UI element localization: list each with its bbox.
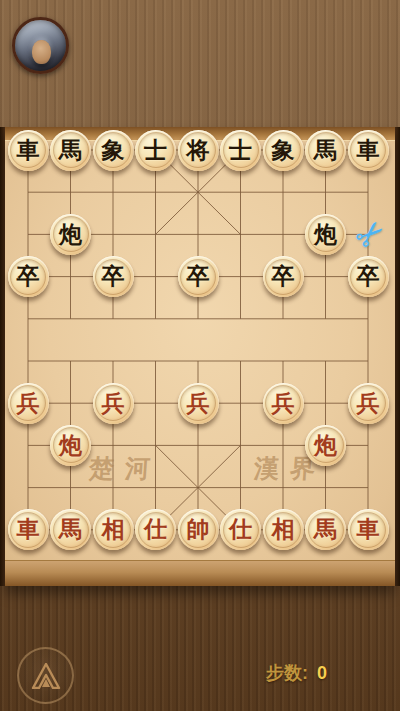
piece-character: 卒 (17, 264, 40, 287)
piece-character: 象 (272, 138, 295, 161)
piece-black-象[interactable]: 象 (93, 130, 134, 171)
piece-character: 仕 (229, 517, 252, 540)
piece-character: 馬 (314, 517, 337, 540)
piece-red-兵[interactable]: 兵 (8, 383, 49, 424)
xiangqi-board: 楚河 漢界 車馬象士将士象馬車炮炮卒卒卒卒卒兵兵兵兵兵炮炮車馬相仕帥仕相馬車 (5, 127, 395, 586)
piece-black-象[interactable]: 象 (263, 130, 304, 171)
piece-red-炮[interactable]: 炮 (50, 425, 91, 466)
piece-character: 車 (17, 138, 40, 161)
piece-black-卒[interactable]: 卒 (263, 256, 304, 297)
piece-character: 兵 (17, 391, 40, 414)
piece-red-車[interactable]: 車 (8, 509, 49, 550)
step-counter-value: 0 (317, 663, 327, 683)
piece-character: 卒 (357, 264, 380, 287)
player-avatar[interactable] (12, 17, 69, 74)
piece-black-馬[interactable]: 馬 (305, 130, 346, 171)
piece-black-士[interactable]: 士 (135, 130, 176, 171)
game-screen: 楚河 漢界 車馬象士将士象馬車炮炮卒卒卒卒卒兵兵兵兵兵炮炮車馬相仕帥仕相馬車 ✂… (0, 0, 400, 711)
piece-character: 士 (144, 138, 167, 161)
piece-character: 象 (102, 138, 125, 161)
piece-character: 馬 (59, 517, 82, 540)
piece-character: 炮 (59, 222, 82, 245)
piece-red-帥[interactable]: 帥 (178, 509, 219, 550)
piece-character: 卒 (102, 264, 125, 287)
piece-red-仕[interactable]: 仕 (135, 509, 176, 550)
piece-character: 帥 (187, 517, 210, 540)
piece-character: 車 (17, 517, 40, 540)
up-chevron-icon (31, 663, 61, 689)
piece-character: 炮 (314, 433, 337, 456)
piece-black-炮[interactable]: 炮 (50, 214, 91, 255)
piece-character: 相 (102, 517, 125, 540)
piece-black-士[interactable]: 士 (220, 130, 261, 171)
piece-black-将[interactable]: 将 (178, 130, 219, 171)
piece-character: 卒 (187, 264, 210, 287)
back-home-button[interactable] (17, 647, 74, 704)
piece-red-馬[interactable]: 馬 (50, 509, 91, 550)
piece-black-卒[interactable]: 卒 (178, 256, 219, 297)
piece-red-炮[interactable]: 炮 (305, 425, 346, 466)
piece-black-車[interactable]: 車 (348, 130, 389, 171)
piece-character: 兵 (357, 391, 380, 414)
avatar-portrait (32, 40, 51, 64)
piece-character: 士 (229, 138, 252, 161)
piece-black-卒[interactable]: 卒 (93, 256, 134, 297)
piece-character: 兵 (102, 391, 125, 414)
piece-character: 車 (357, 517, 380, 540)
piece-character: 炮 (314, 222, 337, 245)
piece-black-馬[interactable]: 馬 (50, 130, 91, 171)
piece-character: 馬 (59, 138, 82, 161)
piece-black-炮[interactable]: 炮 (305, 214, 346, 255)
piece-red-兵[interactable]: 兵 (263, 383, 304, 424)
piece-character: 炮 (59, 433, 82, 456)
piece-character: 将 (187, 138, 210, 161)
piece-red-相[interactable]: 相 (263, 509, 304, 550)
piece-red-車[interactable]: 車 (348, 509, 389, 550)
piece-character: 卒 (272, 264, 295, 287)
piece-red-兵[interactable]: 兵 (348, 383, 389, 424)
piece-red-兵[interactable]: 兵 (178, 383, 219, 424)
piece-character: 兵 (272, 391, 295, 414)
piece-character: 馬 (314, 138, 337, 161)
piece-character: 相 (272, 517, 295, 540)
step-counter-label: 步数: (266, 663, 308, 683)
step-counter: 步数: 0 (266, 661, 327, 685)
piece-character: 車 (357, 138, 380, 161)
piece-character: 兵 (187, 391, 210, 414)
piece-red-馬[interactable]: 馬 (305, 509, 346, 550)
river-label-chu: 楚河 (88, 452, 162, 485)
piece-red-兵[interactable]: 兵 (93, 383, 134, 424)
piece-red-仕[interactable]: 仕 (220, 509, 261, 550)
piece-black-車[interactable]: 車 (8, 130, 49, 171)
piece-character: 仕 (144, 517, 167, 540)
piece-red-相[interactable]: 相 (93, 509, 134, 550)
piece-black-卒[interactable]: 卒 (8, 256, 49, 297)
